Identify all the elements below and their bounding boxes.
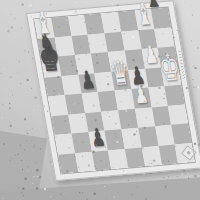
white-king-h5: ♚ (163, 63, 178, 86)
white-bishop-g8: ♝ (136, 6, 151, 29)
chess-photo: ♝♝♞♚♟♛♟♚♟♟♟♝ (0, 0, 200, 200)
black-bishop-offboard: ♝ (145, 0, 162, 12)
chess-board: ♝♝♞♚♟♛♟♚♟♟♟♝ (26, 0, 200, 181)
white-queen-e5: ♛ (113, 67, 128, 90)
black-knight-a7: ♞ (40, 34, 55, 57)
black-pawn-f5: ♟ (130, 65, 145, 88)
white-pawn-g6: ♟ (143, 45, 158, 68)
black-king-a6: ♚ (43, 53, 58, 76)
white-pawn-f4: ♟ (133, 85, 148, 108)
pieces-layer: ♝♝♞♚♟♛♟♚♟♟♟♝ (34, 8, 195, 174)
black-pawn-c5: ♟ (80, 70, 95, 93)
white-bishop-a8: ♝ (36, 15, 51, 38)
black-pawn-c2: ♟ (90, 128, 105, 151)
